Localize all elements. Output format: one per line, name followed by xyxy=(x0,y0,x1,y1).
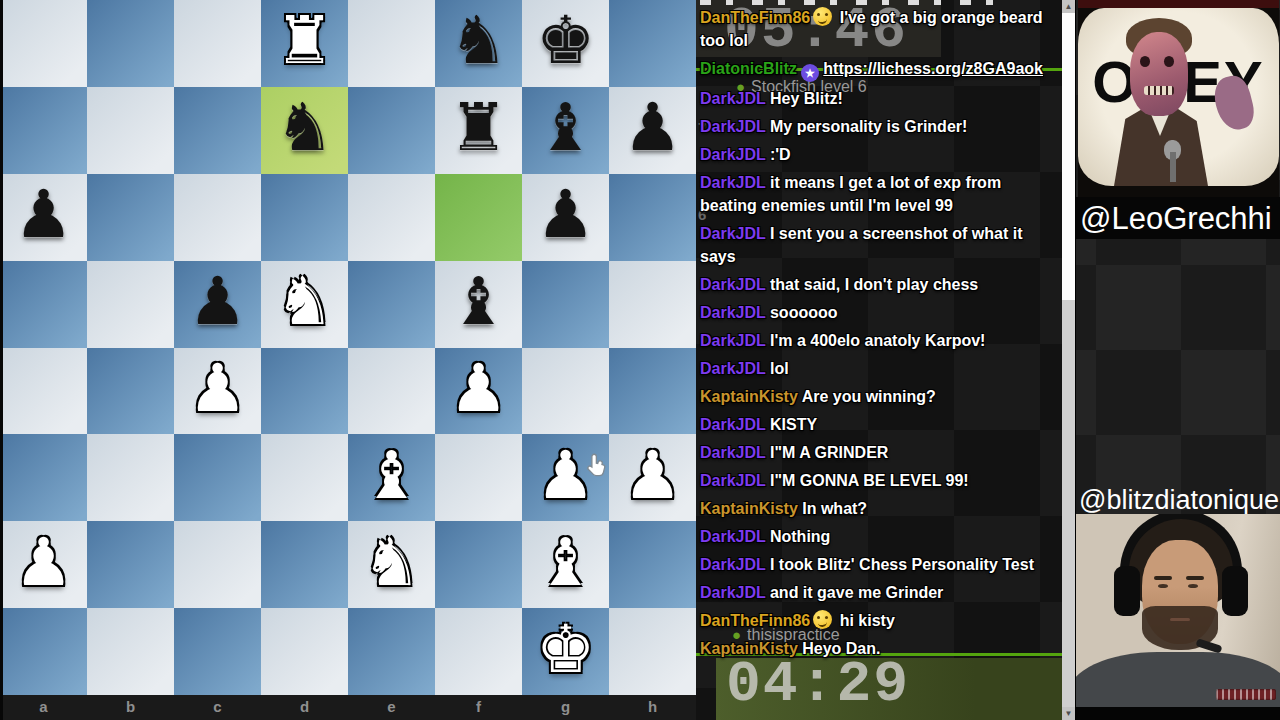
square-f3[interactable] xyxy=(435,434,522,521)
square-b5[interactable] xyxy=(87,261,174,348)
file-label-g: g xyxy=(522,695,609,720)
chat-message: DarkJDL Nothing xyxy=(700,525,1060,548)
chat-text: Are you winning? xyxy=(798,388,936,405)
file-label-e: e xyxy=(348,695,435,720)
white-knight[interactable]: ♞ xyxy=(362,530,421,596)
square-e5[interactable] xyxy=(348,261,435,348)
square-h6[interactable] xyxy=(609,174,696,261)
square-d6[interactable] xyxy=(261,174,348,261)
square-d2[interactable] xyxy=(261,521,348,608)
square-h7[interactable]: ♟ xyxy=(609,87,696,174)
square-h1[interactable] xyxy=(609,608,696,695)
headphone-cup-left xyxy=(1114,566,1140,616)
square-b6[interactable] xyxy=(87,174,174,261)
white-bishop[interactable]: ♝ xyxy=(536,530,595,596)
white-knight[interactable]: ♞ xyxy=(275,269,334,335)
chat-text: Nothing xyxy=(766,528,831,545)
square-a6[interactable]: ♟ xyxy=(0,174,87,261)
webcam-watermark-badge xyxy=(1216,689,1276,700)
chat-scrollbar[interactable]: ▲ ▼ xyxy=(1062,0,1075,720)
chat-message: DarkJDL soooooo xyxy=(700,301,1060,324)
chat-message: DiatonicBlitz★ https://lichess.org/z8GA9… xyxy=(700,57,1060,82)
black-knight[interactable]: ♞ xyxy=(449,8,508,74)
obey-poster-image: OBEY xyxy=(1078,0,1279,200)
chat-username[interactable]: DanTheFinn86 xyxy=(700,612,810,629)
black-bishop[interactable]: ♝ xyxy=(449,269,508,335)
poster-microphone xyxy=(1170,152,1176,182)
square-d4[interactable] xyxy=(261,348,348,435)
black-bishop[interactable]: ♝ xyxy=(536,95,595,161)
square-c4[interactable]: ♟ xyxy=(174,348,261,435)
chat-username[interactable]: DarkJDL xyxy=(700,416,766,433)
chat-text: I"M GONNA BE LEVEL 99! xyxy=(766,472,969,489)
chat-message: KaptainKisty Are you winning? xyxy=(700,385,1060,408)
scroll-down-icon[interactable]: ▼ xyxy=(1062,707,1075,720)
headphones-band-icon xyxy=(1120,514,1242,572)
scrollbar-thumb[interactable] xyxy=(1062,13,1075,300)
chat-username[interactable]: DarkJDL xyxy=(700,146,766,163)
square-b8[interactable] xyxy=(87,0,174,87)
webcam-video xyxy=(1076,514,1280,707)
chat-text: I'm a 400elo anatoly Karpov! xyxy=(766,332,986,349)
webcam-bottom-bar xyxy=(1076,707,1280,720)
square-g5[interactable] xyxy=(522,261,609,348)
square-e3[interactable]: ♝ xyxy=(348,434,435,521)
square-a5[interactable] xyxy=(0,261,87,348)
file-label-a: a xyxy=(0,695,87,720)
square-d3[interactable] xyxy=(261,434,348,521)
headphone-cup-right xyxy=(1222,566,1248,616)
square-f1[interactable] xyxy=(435,608,522,695)
chat-message: DanTheFinn86 hi kisty xyxy=(700,609,1060,632)
chat-text: KISTY xyxy=(766,416,818,433)
chat-username[interactable]: DarkJDL xyxy=(700,584,766,601)
white-pawn[interactable]: ♟ xyxy=(188,356,247,422)
chat-username[interactable]: DarkJDL xyxy=(700,174,766,191)
chess-board[interactable]: ♜♞♚♞♜♝♟♟♟♟♞♝♟♟♝♟♟♟♞♝♚ xyxy=(0,0,696,695)
chat-message-list: DanTheFinn86 I've got a big orange beard… xyxy=(696,6,1062,665)
stream-screen: ♜♞♚♞♜♝♟♟♟♟♞♝♟♟♝♟♟♟♞♝♚ abcdefgh 05:46 ●St… xyxy=(0,0,1280,720)
white-pawn[interactable]: ♟ xyxy=(623,443,682,509)
chat-message: DarkJDL My personality is Grinder! xyxy=(700,115,1060,138)
scroll-up-icon[interactable]: ▲ xyxy=(1062,0,1075,13)
chat-username[interactable]: DiatonicBlitz xyxy=(700,60,797,77)
square-g6[interactable]: ♟ xyxy=(522,174,609,261)
square-a4[interactable] xyxy=(0,348,87,435)
square-g8[interactable]: ♚ xyxy=(522,0,609,87)
clipped-message-fragment xyxy=(700,0,1000,5)
square-e8[interactable] xyxy=(348,0,435,87)
square-d8[interactable]: ♜ xyxy=(261,0,348,87)
chat-text: lol xyxy=(766,360,789,377)
chat-username[interactable]: DarkJDL xyxy=(700,528,766,545)
square-c6[interactable] xyxy=(174,174,261,261)
chat-message: KaptainKisty Heyo Dan. xyxy=(700,637,1060,660)
square-d7[interactable]: ♞ xyxy=(261,87,348,174)
mouse-cursor-hand-icon xyxy=(584,452,611,479)
square-h8[interactable] xyxy=(609,0,696,87)
black-pawn[interactable]: ♟ xyxy=(14,182,73,248)
webcam-eyes xyxy=(1158,584,1168,588)
chat-username[interactable]: DarkJDL xyxy=(700,276,766,293)
chat-message: KaptainKisty In what? xyxy=(700,497,1060,520)
chat-text: My personality is Grinder! xyxy=(766,118,968,135)
chat-overlay-panel: 05:46 ●Stockfish level 6 7 6 ●thisisprac… xyxy=(696,0,1062,720)
chat-text: and it gave me Grinder xyxy=(766,584,944,601)
star-badge-icon: ★ xyxy=(801,64,819,82)
chat-username[interactable]: DarkJDL xyxy=(700,332,766,349)
chat-message: DarkJDL KISTY xyxy=(700,413,1060,436)
chat-username[interactable]: DanTheFinn86 xyxy=(700,9,810,26)
chat-message: DarkJDL I sent you a screenshot of what … xyxy=(700,222,1060,268)
square-c2[interactable] xyxy=(174,521,261,608)
chat-username[interactable]: DarkJDL xyxy=(700,472,766,489)
square-f4[interactable]: ♟ xyxy=(435,348,522,435)
black-rook[interactable]: ♜ xyxy=(449,95,508,161)
black-knight[interactable]: ♞ xyxy=(275,95,334,161)
square-b7[interactable] xyxy=(87,87,174,174)
handle-bottom-text: @blitzdiatonique xyxy=(1079,485,1279,516)
square-f7[interactable]: ♜ xyxy=(435,87,522,174)
chat-text: I"M A GRINDER xyxy=(766,444,889,461)
chat-message: DarkJDL I"M A GRINDER xyxy=(700,441,1060,464)
white-pawn[interactable]: ♟ xyxy=(449,356,508,422)
square-b1[interactable] xyxy=(87,608,174,695)
handle-top-text: @LeoGrechhi xyxy=(1080,201,1272,237)
black-pawn[interactable]: ♟ xyxy=(536,182,595,248)
file-label-c: c xyxy=(174,695,261,720)
white-rook[interactable]: ♜ xyxy=(275,8,334,74)
square-h5[interactable] xyxy=(609,261,696,348)
black-pawn[interactable]: ♟ xyxy=(188,269,247,335)
square-g4[interactable] xyxy=(522,348,609,435)
square-b3[interactable] xyxy=(87,434,174,521)
square-e4[interactable] xyxy=(348,348,435,435)
square-a3[interactable] xyxy=(0,434,87,521)
smirk-emote-icon xyxy=(813,610,832,629)
square-a2[interactable]: ♟ xyxy=(0,521,87,608)
webcam-mouth xyxy=(1170,618,1190,621)
white-bishop[interactable]: ♝ xyxy=(362,443,421,509)
square-a1[interactable] xyxy=(0,608,87,695)
square-d5[interactable]: ♞ xyxy=(261,261,348,348)
file-label-f: f xyxy=(435,695,522,720)
chat-username[interactable]: DarkJDL xyxy=(700,556,766,573)
square-f8[interactable]: ♞ xyxy=(435,0,522,87)
file-coordinates: abcdefgh xyxy=(0,695,696,720)
square-g2[interactable]: ♝ xyxy=(522,521,609,608)
square-c5[interactable]: ♟ xyxy=(174,261,261,348)
chat-text: soooooo xyxy=(766,304,838,321)
chat-message: DarkJDL I"M GONNA BE LEVEL 99! xyxy=(700,469,1060,492)
square-e6[interactable] xyxy=(348,174,435,261)
square-h4[interactable] xyxy=(609,348,696,435)
square-c8[interactable] xyxy=(174,0,261,87)
chat-username[interactable]: KaptainKisty xyxy=(700,388,798,405)
chat-username[interactable]: DarkJDL xyxy=(700,225,766,242)
square-a8[interactable] xyxy=(0,0,87,87)
square-f5[interactable]: ♝ xyxy=(435,261,522,348)
white-king[interactable]: ♚ xyxy=(536,617,595,683)
chat-message: DarkJDL and it gave me Grinder xyxy=(700,581,1060,604)
media-panel: OBEY @LeoGrechhi @blitzdiatonique xyxy=(1075,0,1280,720)
black-king[interactable]: ♚ xyxy=(536,8,595,74)
square-g7[interactable]: ♝ xyxy=(522,87,609,174)
square-e1[interactable] xyxy=(348,608,435,695)
chat-link[interactable]: https://lichess.org/z8GA9aok xyxy=(823,60,1043,77)
square-c7[interactable] xyxy=(174,87,261,174)
chat-message: DarkJDL I'm a 400elo anatoly Karpov! xyxy=(700,329,1060,352)
square-c1[interactable] xyxy=(174,608,261,695)
webcam-eyebrows xyxy=(1154,576,1172,580)
black-pawn[interactable]: ♟ xyxy=(623,95,682,161)
chat-text: hi kisty xyxy=(835,612,895,629)
chat-message: DarkJDL that said, I don't play chess xyxy=(700,273,1060,296)
square-a7[interactable] xyxy=(0,87,87,174)
white-pawn[interactable]: ♟ xyxy=(14,530,73,596)
square-g1[interactable]: ♚ xyxy=(522,608,609,695)
square-h2[interactable] xyxy=(609,521,696,608)
chat-username[interactable]: DarkJDL xyxy=(700,304,766,321)
chat-message: DarkJDL Hey Blitz! xyxy=(700,87,1060,110)
chat-username[interactable]: DarkJDL xyxy=(700,360,766,377)
chat-username[interactable]: DarkJDL xyxy=(700,444,766,461)
chat-username[interactable]: KaptainKisty xyxy=(700,640,798,657)
square-h3[interactable]: ♟ xyxy=(609,434,696,521)
square-f6[interactable] xyxy=(435,174,522,261)
file-label-h: h xyxy=(609,695,696,720)
chat-message: DarkJDL it means I get a lot of exp from… xyxy=(700,171,1060,217)
square-d1[interactable] xyxy=(261,608,348,695)
square-e7[interactable] xyxy=(348,87,435,174)
chat-message: DarkJDL lol xyxy=(700,357,1060,380)
file-label-d: d xyxy=(261,695,348,720)
window-left-edge xyxy=(0,0,3,720)
poster-top-band xyxy=(1078,0,1279,8)
chat-username[interactable]: DarkJDL xyxy=(700,90,766,107)
poster-ghoul-face xyxy=(1130,32,1188,116)
square-c3[interactable] xyxy=(174,434,261,521)
square-b2[interactable] xyxy=(87,521,174,608)
square-b4[interactable] xyxy=(87,348,174,435)
chat-username[interactable]: DarkJDL xyxy=(700,118,766,135)
chat-text: I took Blitz' Chess Personality Test xyxy=(766,556,1034,573)
chat-message: DarkJDL I took Blitz' Chess Personality … xyxy=(700,553,1060,576)
chat-message: DanTheFinn86 I've got a big orange beard… xyxy=(700,6,1060,52)
chat-username[interactable]: KaptainKisty xyxy=(700,500,798,517)
square-f2[interactable] xyxy=(435,521,522,608)
chat-text: that said, I don't play chess xyxy=(766,276,979,293)
file-label-b: b xyxy=(87,695,174,720)
chat-text: :'D xyxy=(766,146,791,163)
square-e2[interactable]: ♞ xyxy=(348,521,435,608)
chat-message: DarkJDL :'D xyxy=(700,143,1060,166)
chat-text: In what? xyxy=(798,500,867,517)
smirk-emote-icon xyxy=(813,7,832,26)
chat-text: Hey Blitz! xyxy=(766,90,843,107)
chat-text: Heyo Dan. xyxy=(798,640,881,657)
